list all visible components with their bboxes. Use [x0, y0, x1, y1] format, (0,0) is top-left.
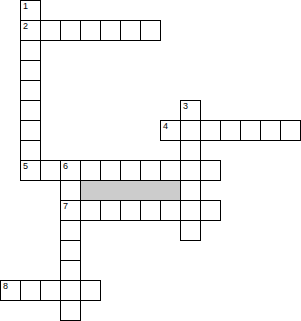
shaded-cell	[160, 180, 181, 201]
clue-number: 1	[23, 2, 28, 11]
grid-cell[interactable]	[180, 180, 201, 201]
grid-cell[interactable]	[100, 20, 121, 41]
grid-cell[interactable]	[140, 200, 161, 221]
grid-cell[interactable]	[80, 280, 101, 301]
grid-cell[interactable]	[20, 80, 41, 101]
grid-cell[interactable]	[20, 60, 41, 81]
grid-cell[interactable]	[60, 300, 81, 321]
grid-cell[interactable]	[20, 140, 41, 161]
shaded-cell	[100, 180, 121, 201]
grid-cell[interactable]: 1	[20, 0, 41, 21]
shaded-cell	[140, 180, 161, 201]
grid-cell[interactable]	[60, 220, 81, 241]
clue-number: 8	[3, 282, 8, 291]
clue-number: 5	[23, 162, 28, 171]
grid-cell[interactable]: 8	[0, 280, 21, 301]
grid-cell[interactable]	[180, 140, 201, 161]
crossword-board: 12345678	[0, 0, 301, 321]
grid-cell[interactable]: 4	[160, 120, 181, 141]
grid-cell[interactable]	[200, 200, 221, 221]
grid-cell[interactable]	[180, 220, 201, 241]
grid-cell[interactable]	[180, 200, 201, 221]
grid-cell[interactable]	[280, 120, 301, 141]
grid-cell[interactable]: 3	[180, 100, 201, 121]
grid-cell[interactable]	[160, 200, 181, 221]
grid-cell[interactable]	[180, 160, 201, 181]
grid-cell[interactable]	[60, 280, 81, 301]
grid-cell[interactable]: 5	[20, 160, 41, 181]
grid-cell[interactable]	[60, 240, 81, 261]
grid-cell[interactable]	[80, 160, 101, 181]
grid-cell[interactable]	[40, 20, 61, 41]
grid-cell[interactable]: 7	[60, 200, 81, 221]
grid-cell[interactable]	[120, 20, 141, 41]
grid-cell[interactable]	[100, 160, 121, 181]
grid-cell[interactable]	[20, 280, 41, 301]
grid-cell[interactable]	[240, 120, 261, 141]
clue-number: 2	[23, 22, 28, 31]
grid-cell[interactable]: 6	[60, 160, 81, 181]
grid-cell[interactable]	[80, 200, 101, 221]
clue-number: 3	[183, 102, 188, 111]
grid-cell[interactable]	[160, 160, 181, 181]
clue-number: 7	[63, 202, 68, 211]
grid-cell[interactable]	[140, 160, 161, 181]
grid-cell[interactable]	[20, 120, 41, 141]
clue-number: 6	[63, 162, 68, 171]
grid-cell[interactable]	[40, 280, 61, 301]
grid-cell[interactable]	[120, 200, 141, 221]
grid-cell[interactable]	[120, 160, 141, 181]
grid-cell[interactable]	[260, 120, 281, 141]
grid-cell[interactable]	[140, 20, 161, 41]
grid-cell[interactable]	[80, 20, 101, 41]
grid-cell[interactable]	[200, 120, 221, 141]
clue-number: 4	[163, 122, 168, 131]
grid-cell[interactable]	[200, 160, 221, 181]
grid-cell[interactable]	[60, 180, 81, 201]
grid-cell[interactable]	[180, 120, 201, 141]
grid-cell[interactable]: 2	[20, 20, 41, 41]
grid-cell[interactable]	[100, 200, 121, 221]
grid-cell[interactable]	[20, 40, 41, 61]
shaded-cell	[120, 180, 141, 201]
grid-cell[interactable]	[20, 100, 41, 121]
shaded-cell	[80, 180, 101, 201]
grid-cell[interactable]	[60, 20, 81, 41]
grid-cell[interactable]	[60, 260, 81, 281]
grid-cell[interactable]	[40, 160, 61, 181]
grid-cell[interactable]	[220, 120, 241, 141]
